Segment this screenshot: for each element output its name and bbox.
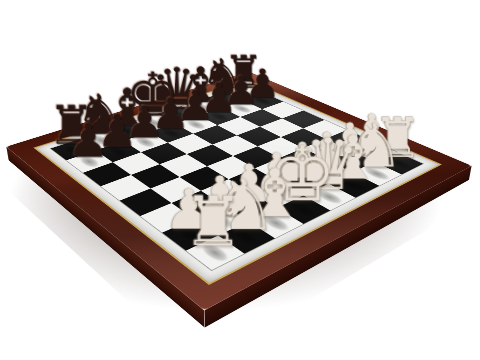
scene-background: ♜♞♝♛♚♝♞♜♟♟♟♟♟♟♟♟♟♟♟♟♟♟♟♟♜♞♝♛♚♝♞♜ — [0, 0, 480, 360]
white-rook-icon: ♜ — [163, 190, 264, 253]
black-pawn-icon: ♟ — [47, 119, 128, 162]
chess-board: ♜♞♝♛♚♝♞♜♟♟♟♟♟♟♟♟♟♟♟♟♟♟♟♟♜♞♝♛♚♝♞♜ — [6, 72, 471, 311]
